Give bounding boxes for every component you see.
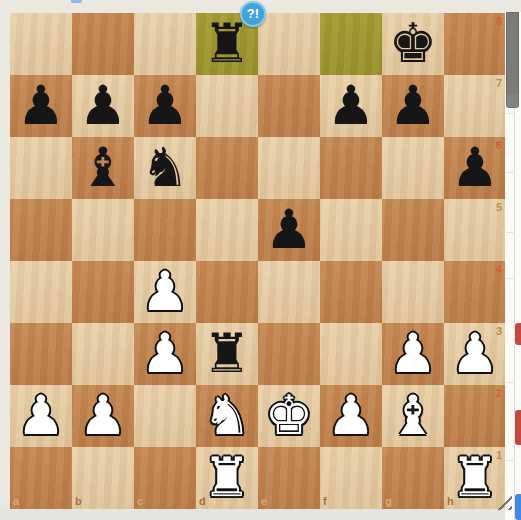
piece-black-pawn-g7[interactable]: ♟ bbox=[389, 75, 437, 137]
square-d4[interactable] bbox=[196, 261, 258, 323]
square-h1[interactable]: 1h♜ bbox=[444, 447, 506, 509]
square-e5[interactable]: ♟ bbox=[258, 199, 320, 261]
square-g1[interactable]: g bbox=[382, 447, 444, 509]
scrollbar-thumb[interactable] bbox=[506, 12, 519, 108]
square-b3[interactable] bbox=[72, 323, 134, 385]
square-b6[interactable]: ♝ bbox=[72, 137, 134, 199]
square-e2[interactable]: ♚ bbox=[258, 385, 320, 447]
panel-separator-1 bbox=[506, 113, 515, 114]
square-e6[interactable] bbox=[258, 137, 320, 199]
square-c8[interactable] bbox=[134, 13, 196, 75]
square-f6[interactable] bbox=[320, 137, 382, 199]
panel-separator-5 bbox=[506, 382, 515, 383]
square-h4[interactable]: 4 bbox=[444, 261, 506, 323]
panel-separator-3 bbox=[506, 232, 515, 233]
square-f3[interactable] bbox=[320, 323, 382, 385]
square-c2[interactable] bbox=[134, 385, 196, 447]
square-g2[interactable]: ♝ bbox=[382, 385, 444, 447]
piece-white-pawn-f2[interactable]: ♟ bbox=[327, 385, 375, 447]
square-d1[interactable]: d♜ bbox=[196, 447, 258, 509]
square-b7[interactable]: ♟ bbox=[72, 75, 134, 137]
square-h8[interactable]: 8 bbox=[444, 13, 506, 75]
file-label-g: g bbox=[385, 495, 392, 507]
piece-black-rook-d3[interactable]: ♜ bbox=[203, 323, 251, 385]
square-c7[interactable]: ♟ bbox=[134, 75, 196, 137]
square-a4[interactable] bbox=[10, 261, 72, 323]
piece-black-pawn-a7[interactable]: ♟ bbox=[17, 75, 65, 137]
square-h5[interactable]: 5 bbox=[444, 199, 506, 261]
square-d7[interactable] bbox=[196, 75, 258, 137]
bottom-margin-strip bbox=[0, 509, 521, 520]
panel-edge-block-blue-accent bbox=[515, 494, 521, 520]
square-f1[interactable]: f bbox=[320, 447, 382, 509]
panel-edge-block-red-accent-1 bbox=[515, 323, 521, 345]
square-a5[interactable] bbox=[10, 199, 72, 261]
square-e3[interactable] bbox=[258, 323, 320, 385]
piece-black-pawn-e5[interactable]: ♟ bbox=[265, 199, 313, 261]
square-d5[interactable] bbox=[196, 199, 258, 261]
chess-board[interactable]: ♜♚8♟♟♟♟♟7♝♞6♟♟5♟4♟♜♟3♟♟♟♞♚♟♝2abcd♜efg1h♜ bbox=[10, 13, 506, 510]
piece-white-pawn-g3[interactable]: ♟ bbox=[389, 323, 437, 385]
piece-white-rook-h1[interactable]: ♜ bbox=[451, 447, 499, 509]
square-f2[interactable]: ♟ bbox=[320, 385, 382, 447]
square-b2[interactable]: ♟ bbox=[72, 385, 134, 447]
square-b4[interactable] bbox=[72, 261, 134, 323]
panel-separator-2 bbox=[506, 172, 515, 173]
file-label-e: e bbox=[261, 495, 267, 507]
panel-edge-block-red-accent-2 bbox=[515, 410, 521, 445]
dubious-move-annotation-badge: ?! bbox=[240, 1, 266, 27]
square-h7[interactable]: 7 bbox=[444, 75, 506, 137]
panel-separator-4 bbox=[506, 278, 515, 279]
square-g8[interactable]: ♚ bbox=[382, 13, 444, 75]
file-label-f: f bbox=[323, 495, 327, 507]
clipped-browser-ui-fragment bbox=[71, 0, 82, 3]
square-b1[interactable]: b bbox=[72, 447, 134, 509]
piece-white-pawn-a2[interactable]: ♟ bbox=[17, 385, 65, 447]
square-h6[interactable]: 6♟ bbox=[444, 137, 506, 199]
square-d6[interactable] bbox=[196, 137, 258, 199]
square-e4[interactable] bbox=[258, 261, 320, 323]
square-f7[interactable]: ♟ bbox=[320, 75, 382, 137]
square-a6[interactable] bbox=[10, 137, 72, 199]
square-g4[interactable] bbox=[382, 261, 444, 323]
square-a2[interactable]: ♟ bbox=[10, 385, 72, 447]
piece-white-pawn-c3[interactable]: ♟ bbox=[141, 323, 189, 385]
piece-white-king-e2[interactable]: ♚ bbox=[265, 385, 313, 447]
panel-separator-6 bbox=[506, 460, 515, 461]
square-a1[interactable]: a bbox=[10, 447, 72, 509]
square-e7[interactable] bbox=[258, 75, 320, 137]
square-g3[interactable]: ♟ bbox=[382, 323, 444, 385]
rank-label-2: 2 bbox=[496, 387, 502, 399]
square-b5[interactable] bbox=[72, 199, 134, 261]
square-d2[interactable]: ♞ bbox=[196, 385, 258, 447]
square-a8[interactable] bbox=[10, 13, 72, 75]
piece-white-pawn-b2[interactable]: ♟ bbox=[79, 385, 127, 447]
square-f4[interactable] bbox=[320, 261, 382, 323]
piece-black-pawn-b7[interactable]: ♟ bbox=[79, 75, 127, 137]
piece-white-rook-d1[interactable]: ♜ bbox=[203, 447, 251, 509]
square-c3[interactable]: ♟ bbox=[134, 323, 196, 385]
piece-black-pawn-h6[interactable]: ♟ bbox=[451, 137, 499, 199]
square-a3[interactable] bbox=[10, 323, 72, 385]
piece-white-pawn-h3[interactable]: ♟ bbox=[451, 323, 499, 385]
square-h3[interactable]: 3♟ bbox=[444, 323, 506, 385]
piece-black-pawn-f7[interactable]: ♟ bbox=[327, 75, 375, 137]
square-c4[interactable]: ♟ bbox=[134, 261, 196, 323]
piece-white-pawn-c4[interactable]: ♟ bbox=[141, 261, 189, 323]
rank-label-8: 8 bbox=[496, 15, 502, 27]
square-h2[interactable]: 2 bbox=[444, 385, 506, 447]
annotation-glyph: ?! bbox=[247, 6, 259, 21]
square-g7[interactable]: ♟ bbox=[382, 75, 444, 137]
rank-label-7: 7 bbox=[496, 77, 502, 89]
piece-white-knight-d2[interactable]: ♞ bbox=[203, 385, 251, 447]
square-f8[interactable] bbox=[320, 13, 382, 75]
piece-black-pawn-c7[interactable]: ♟ bbox=[141, 75, 189, 137]
square-c1[interactable]: c bbox=[134, 447, 196, 509]
rank-label-5: 5 bbox=[496, 201, 502, 213]
file-label-a: a bbox=[13, 495, 19, 507]
square-c6[interactable]: ♞ bbox=[134, 137, 196, 199]
piece-black-king-g8[interactable]: ♚ bbox=[389, 13, 437, 75]
panel-divider-line bbox=[514, 108, 515, 520]
page: ♜♚8♟♟♟♟♟7♝♞6♟♟5♟4♟♜♟3♟♟♟♞♚♟♝2abcd♜efg1h♜… bbox=[0, 0, 521, 520]
square-c5[interactable] bbox=[134, 199, 196, 261]
square-g5[interactable] bbox=[382, 199, 444, 261]
piece-white-bishop-g2[interactable]: ♝ bbox=[389, 385, 437, 447]
square-d3[interactable]: ♜ bbox=[196, 323, 258, 385]
file-label-c: c bbox=[137, 495, 143, 507]
file-label-b: b bbox=[75, 495, 82, 507]
piece-black-bishop-b6[interactable]: ♝ bbox=[79, 137, 127, 199]
square-f5[interactable] bbox=[320, 199, 382, 261]
square-b8[interactable] bbox=[72, 13, 134, 75]
piece-black-knight-c6[interactable]: ♞ bbox=[141, 137, 189, 199]
square-e8[interactable] bbox=[258, 13, 320, 75]
square-a7[interactable]: ♟ bbox=[10, 75, 72, 137]
square-e1[interactable]: e bbox=[258, 447, 320, 509]
square-g6[interactable] bbox=[382, 137, 444, 199]
rank-label-4: 4 bbox=[496, 263, 502, 275]
